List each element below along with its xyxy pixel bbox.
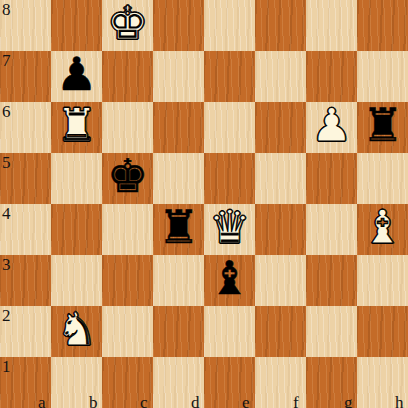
- piece-black-pawn-b7[interactable]: ♟: [51, 49, 102, 100]
- piece-white-pawn-g6[interactable]: ♟: [306, 100, 357, 151]
- square-d5[interactable]: [153, 153, 204, 204]
- square-f8[interactable]: [255, 0, 306, 51]
- file-label-h: h: [395, 394, 404, 408]
- square-h4[interactable]: ♝: [357, 204, 408, 255]
- square-b8[interactable]: [51, 0, 102, 51]
- square-c8[interactable]: ♚: [102, 0, 153, 51]
- rank-label-3: 3: [2, 256, 11, 273]
- square-f7[interactable]: [255, 51, 306, 102]
- square-d4[interactable]: ♜: [153, 204, 204, 255]
- square-b5[interactable]: [51, 153, 102, 204]
- piece-white-queen-e4[interactable]: ♛: [204, 202, 255, 253]
- square-c3[interactable]: [102, 255, 153, 306]
- square-g8[interactable]: [306, 0, 357, 51]
- square-g4[interactable]: [306, 204, 357, 255]
- file-label-e: e: [242, 394, 250, 408]
- square-g5[interactable]: [306, 153, 357, 204]
- piece-black-king-c5[interactable]: ♚: [102, 151, 153, 202]
- piece-white-rook-b6[interactable]: ♜: [51, 100, 102, 151]
- rank-label-7: 7: [2, 52, 11, 69]
- rank-label-8: 8: [2, 1, 11, 18]
- square-f6[interactable]: [255, 102, 306, 153]
- square-e5[interactable]: [204, 153, 255, 204]
- square-b3[interactable]: [51, 255, 102, 306]
- rank-label-4: 4: [2, 205, 11, 222]
- rank-label-2: 2: [2, 307, 11, 324]
- square-g3[interactable]: [306, 255, 357, 306]
- square-g6[interactable]: ♟: [306, 102, 357, 153]
- square-e3[interactable]: ♝: [204, 255, 255, 306]
- square-c7[interactable]: [102, 51, 153, 102]
- square-e6[interactable]: [204, 102, 255, 153]
- square-c5[interactable]: ♚: [102, 153, 153, 204]
- square-h8[interactable]: [357, 0, 408, 51]
- rank-label-5: 5: [2, 154, 11, 171]
- square-f4[interactable]: [255, 204, 306, 255]
- file-label-d: d: [191, 394, 200, 408]
- square-h5[interactable]: [357, 153, 408, 204]
- rank-label-6: 6: [2, 103, 11, 120]
- square-d7[interactable]: [153, 51, 204, 102]
- square-h2[interactable]: [357, 306, 408, 357]
- chess-board: ♚♟♜♟♜♚♜♛♝♝♞87654321abcdefgh: [0, 0, 408, 408]
- piece-white-bishop-h4[interactable]: ♝: [357, 202, 408, 253]
- piece-white-king-c8[interactable]: ♚: [102, 0, 153, 49]
- square-h7[interactable]: [357, 51, 408, 102]
- square-c4[interactable]: [102, 204, 153, 255]
- square-f5[interactable]: [255, 153, 306, 204]
- square-b4[interactable]: [51, 204, 102, 255]
- square-f2[interactable]: [255, 306, 306, 357]
- square-d2[interactable]: [153, 306, 204, 357]
- file-label-b: b: [89, 394, 98, 408]
- square-c2[interactable]: [102, 306, 153, 357]
- square-h6[interactable]: ♜: [357, 102, 408, 153]
- square-d8[interactable]: [153, 0, 204, 51]
- rank-label-1: 1: [2, 358, 11, 375]
- piece-white-knight-b2[interactable]: ♞: [51, 304, 102, 355]
- file-label-f: f: [293, 394, 299, 408]
- file-label-g: g: [344, 394, 353, 408]
- square-f3[interactable]: [255, 255, 306, 306]
- square-b7[interactable]: ♟: [51, 51, 102, 102]
- piece-black-bishop-e3[interactable]: ♝: [204, 253, 255, 304]
- square-e4[interactable]: ♛: [204, 204, 255, 255]
- square-b6[interactable]: ♜: [51, 102, 102, 153]
- square-d6[interactable]: [153, 102, 204, 153]
- square-h3[interactable]: [357, 255, 408, 306]
- square-d3[interactable]: [153, 255, 204, 306]
- square-e8[interactable]: [204, 0, 255, 51]
- square-b2[interactable]: ♞: [51, 306, 102, 357]
- piece-black-rook-d4[interactable]: ♜: [153, 202, 204, 253]
- square-c6[interactable]: [102, 102, 153, 153]
- square-g2[interactable]: [306, 306, 357, 357]
- square-g7[interactable]: [306, 51, 357, 102]
- square-e7[interactable]: [204, 51, 255, 102]
- square-e2[interactable]: [204, 306, 255, 357]
- piece-black-rook-h6[interactable]: ♜: [357, 100, 408, 151]
- file-label-a: a: [38, 394, 46, 408]
- file-label-c: c: [140, 394, 148, 408]
